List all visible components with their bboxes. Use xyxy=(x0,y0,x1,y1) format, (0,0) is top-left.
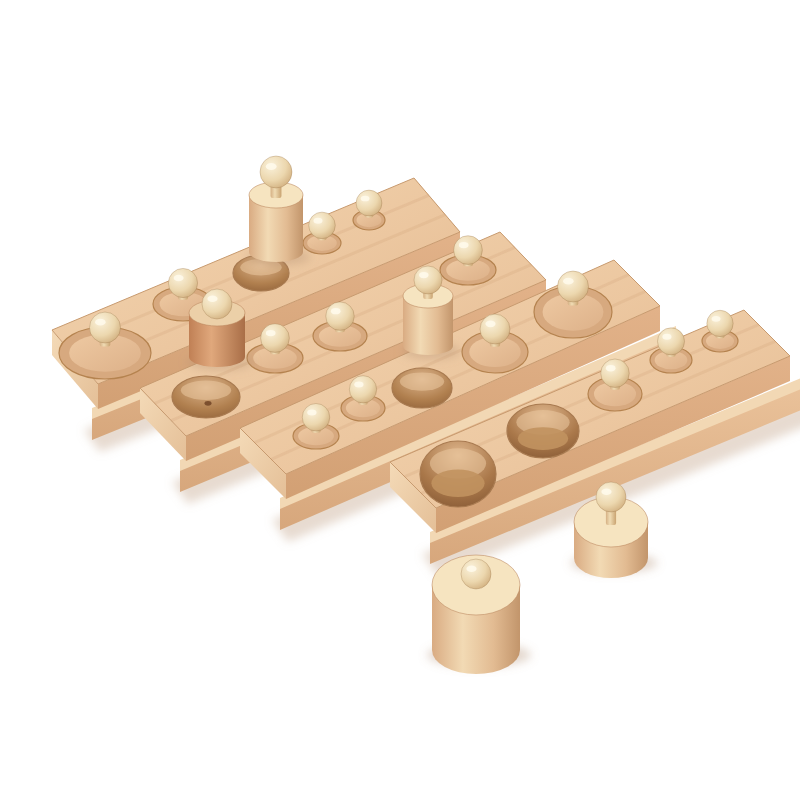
cylinder-knob-ball xyxy=(596,482,626,512)
knob-highlight xyxy=(95,319,106,326)
socket-pin-hole xyxy=(205,401,212,406)
cylinder-knob-ball xyxy=(90,312,121,343)
hole-bottom xyxy=(431,469,484,497)
block-4-socket-2-empty[interactable] xyxy=(507,404,579,458)
knob-highlight xyxy=(601,488,611,495)
cylinder-knob-ball xyxy=(454,236,483,265)
hole-back-wall xyxy=(181,381,231,400)
cylinder-knob-ball xyxy=(326,302,354,330)
knob-highlight xyxy=(266,330,276,336)
block-3-socket-3-empty[interactable] xyxy=(392,368,452,408)
knob-highlight xyxy=(361,196,370,202)
cylinder-knob-ball xyxy=(202,289,232,319)
knob-highlight xyxy=(459,242,469,248)
knob-highlight xyxy=(662,334,671,340)
cylinder-blocks-scene xyxy=(0,0,800,800)
cylinder-knob-ball xyxy=(260,156,292,188)
cylinder-knob-ball xyxy=(302,404,330,432)
knob-highlight xyxy=(354,382,363,388)
knob-highlight xyxy=(266,163,277,170)
knob-highlight xyxy=(331,308,341,314)
cylinder-knob-ball xyxy=(657,328,684,355)
cylinder-knob-ball xyxy=(601,359,629,387)
cylinder-knob-ball xyxy=(414,266,442,294)
knob-highlight xyxy=(207,295,217,302)
knob-highlight xyxy=(307,409,316,415)
floor-cylinder-large-1[interactable] xyxy=(427,555,531,674)
cylinder-knob-ball xyxy=(558,271,589,302)
knob-highlight xyxy=(314,218,323,224)
cylinder-knob-ball xyxy=(261,324,290,353)
cylinder-knob-ball xyxy=(480,314,510,344)
knob-highlight xyxy=(712,316,721,322)
cylinder-knob-ball xyxy=(349,376,376,403)
block-1-cylinder-5[interactable] xyxy=(353,190,385,230)
cylinder-knob-ball xyxy=(356,190,382,216)
product-photo-montessori-cylinder-blocks xyxy=(0,0,800,800)
cylinder-knob-ball xyxy=(461,559,491,589)
block-2-socket-1-empty[interactable] xyxy=(172,376,240,418)
knob-highlight xyxy=(606,365,616,371)
knob-highlight xyxy=(563,278,574,285)
hole-back-wall xyxy=(400,372,444,390)
knob-highlight xyxy=(485,321,495,328)
cylinder-knob-ball xyxy=(707,310,733,336)
knob-highlight xyxy=(466,565,476,572)
cylinder-knob-ball xyxy=(309,212,336,239)
cylinder-knob-ball xyxy=(168,268,197,297)
knob-highlight xyxy=(174,275,184,281)
block-4-socket-1-empty[interactable] xyxy=(420,441,496,507)
knob-highlight xyxy=(419,272,429,278)
hole-bottom xyxy=(518,427,568,450)
